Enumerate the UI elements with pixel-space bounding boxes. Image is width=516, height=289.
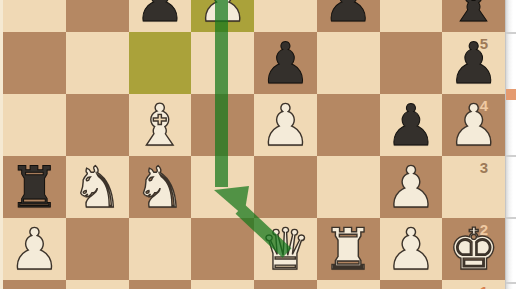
square-b6[interactable] <box>66 0 129 32</box>
square-e2[interactable]: ♛ <box>254 218 317 280</box>
rank-label-2: 2 <box>474 221 494 239</box>
square-c2[interactable] <box>129 218 192 280</box>
square-d2[interactable] <box>191 218 254 280</box>
square-c6[interactable]: ♟ <box>129 0 192 32</box>
piece-white-pawn-d6[interactable]: ♟ <box>191 0 254 32</box>
square-g6[interactable] <box>380 0 443 32</box>
square-d4[interactable] <box>191 94 254 156</box>
square-d6[interactable]: ♟ <box>191 0 254 32</box>
rank-label-1: 1 <box>474 283 494 289</box>
square-c4[interactable]: ♝ <box>129 94 192 156</box>
piece-white-rook-f2[interactable]: ♜ <box>317 218 380 280</box>
piece-black-pawn-c6[interactable]: ♟ <box>129 0 192 32</box>
scrollbar-tick <box>506 32 516 34</box>
square-e6[interactable] <box>254 0 317 32</box>
square-g1[interactable] <box>380 280 443 289</box>
square-d1[interactable] <box>191 280 254 289</box>
square-f6[interactable]: ♟ <box>317 0 380 32</box>
square-f5[interactable] <box>317 32 380 94</box>
rank-label-5: 5 <box>474 35 494 53</box>
square-e5[interactable]: ♟ <box>254 32 317 94</box>
square-d3[interactable] <box>191 156 254 218</box>
rank-label-4: 4 <box>474 97 494 115</box>
square-a6[interactable] <box>3 0 66 32</box>
piece-white-knight-b3[interactable]: ♞ <box>66 156 129 218</box>
square-f1[interactable] <box>317 280 380 289</box>
square-d5[interactable] <box>191 32 254 94</box>
piece-black-pawn-g4[interactable]: ♟ <box>380 94 443 156</box>
square-a3[interactable]: ♜ <box>3 156 66 218</box>
piece-white-pawn-e4[interactable]: ♟ <box>254 94 317 156</box>
square-e1[interactable] <box>254 280 317 289</box>
square-g2[interactable]: ♟ <box>380 218 443 280</box>
piece-black-bishop-h6[interactable]: ♝ <box>442 0 505 32</box>
square-a4[interactable] <box>3 94 66 156</box>
piece-white-bishop-c4[interactable]: ♝ <box>129 94 192 156</box>
square-c3[interactable]: ♞ <box>129 156 192 218</box>
square-b1[interactable] <box>66 280 129 289</box>
square-f4[interactable] <box>317 94 380 156</box>
square-c1[interactable] <box>129 280 192 289</box>
square-f2[interactable]: ♜ <box>317 218 380 280</box>
piece-white-pawn-g2[interactable]: ♟ <box>380 218 443 280</box>
piece-white-pawn-g3[interactable]: ♟ <box>380 156 443 218</box>
square-g5[interactable] <box>380 32 443 94</box>
square-b4[interactable] <box>66 94 129 156</box>
piece-white-queen-e2[interactable]: ♛ <box>254 218 317 280</box>
square-a5[interactable] <box>3 32 66 94</box>
piece-black-rook-a3[interactable]: ♜ <box>3 156 66 218</box>
square-e4[interactable]: ♟ <box>254 94 317 156</box>
piece-white-pawn-a2[interactable]: ♟ <box>3 218 66 280</box>
square-g4[interactable]: ♟ <box>380 94 443 156</box>
piece-black-pawn-e5[interactable]: ♟ <box>254 32 317 94</box>
square-c5[interactable] <box>129 32 192 94</box>
scrollbar-highlight[interactable] <box>506 89 516 100</box>
square-g3[interactable]: ♟ <box>380 156 443 218</box>
square-b5[interactable] <box>66 32 129 94</box>
square-b2[interactable] <box>66 218 129 280</box>
piece-black-pawn-f6[interactable]: ♟ <box>317 0 380 32</box>
scrollbar-tick <box>506 155 516 157</box>
piece-white-knight-c3[interactable]: ♞ <box>129 156 192 218</box>
square-b3[interactable]: ♞ <box>66 156 129 218</box>
side-scrollbar[interactable] <box>505 0 516 289</box>
square-a1[interactable] <box>3 280 66 289</box>
square-h6[interactable]: ♝ <box>442 0 505 32</box>
chess-board[interactable]: ♟♟♟♝♟♟♝♟♟♟♜♞♞♟♟♛♜♟♚ <box>3 0 505 289</box>
rank-label-3: 3 <box>474 159 494 177</box>
square-a2[interactable]: ♟ <box>3 218 66 280</box>
square-e3[interactable] <box>254 156 317 218</box>
scrollbar-tick <box>506 217 516 219</box>
scrollbar-tick <box>506 282 516 284</box>
square-f3[interactable] <box>317 156 380 218</box>
chess-app-viewport: ♟♟♟♝♟♟♝♟♟♟♜♞♞♟♟♛♜♟♚ 54321 <box>0 0 516 289</box>
